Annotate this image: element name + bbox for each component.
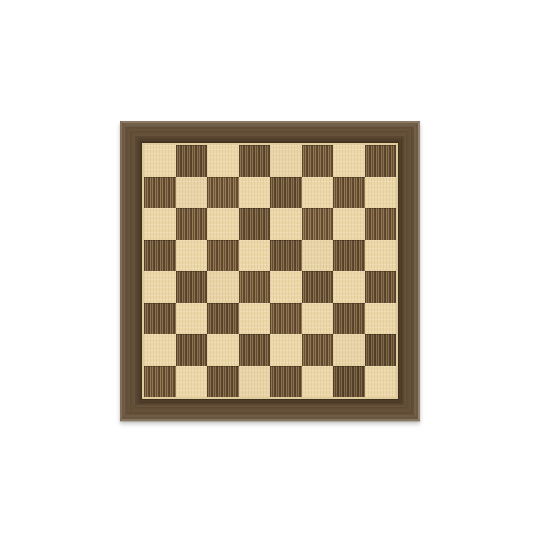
square-c2[interactable] xyxy=(207,334,239,366)
square-d3[interactable] xyxy=(239,303,271,335)
square-h4[interactable] xyxy=(365,271,397,303)
product-photo-stage xyxy=(0,0,540,540)
square-e2[interactable] xyxy=(270,334,302,366)
square-b2[interactable] xyxy=(176,334,208,366)
board-frame-right xyxy=(396,121,420,421)
square-g1[interactable] xyxy=(333,366,365,398)
square-g4[interactable] xyxy=(333,271,365,303)
square-f8[interactable] xyxy=(302,145,334,177)
square-d2[interactable] xyxy=(239,334,271,366)
square-h6[interactable] xyxy=(365,208,397,240)
square-h2[interactable] xyxy=(365,334,397,366)
square-g8[interactable] xyxy=(333,145,365,177)
square-f6[interactable] xyxy=(302,208,334,240)
square-f5[interactable] xyxy=(302,240,334,272)
square-g6[interactable] xyxy=(333,208,365,240)
square-c3[interactable] xyxy=(207,303,239,335)
square-b7[interactable] xyxy=(176,177,208,209)
square-e6[interactable] xyxy=(270,208,302,240)
square-e5[interactable] xyxy=(270,240,302,272)
chess-board xyxy=(120,121,420,421)
square-c5[interactable] xyxy=(207,240,239,272)
square-b5[interactable] xyxy=(176,240,208,272)
square-a8[interactable] xyxy=(144,145,176,177)
square-b8[interactable] xyxy=(176,145,208,177)
square-d4[interactable] xyxy=(239,271,271,303)
square-h3[interactable] xyxy=(365,303,397,335)
board-frame-bottom xyxy=(120,397,420,421)
square-e1[interactable] xyxy=(270,366,302,398)
board-frame-top xyxy=(120,121,420,145)
square-d7[interactable] xyxy=(239,177,271,209)
square-h7[interactable] xyxy=(365,177,397,209)
square-f7[interactable] xyxy=(302,177,334,209)
square-f4[interactable] xyxy=(302,271,334,303)
board-squares-grid xyxy=(144,145,396,397)
square-f1[interactable] xyxy=(302,366,334,398)
square-c6[interactable] xyxy=(207,208,239,240)
square-a2[interactable] xyxy=(144,334,176,366)
board-frame-left xyxy=(120,121,144,421)
square-b6[interactable] xyxy=(176,208,208,240)
square-a6[interactable] xyxy=(144,208,176,240)
square-d5[interactable] xyxy=(239,240,271,272)
square-e8[interactable] xyxy=(270,145,302,177)
square-h1[interactable] xyxy=(365,366,397,398)
square-c1[interactable] xyxy=(207,366,239,398)
square-b3[interactable] xyxy=(176,303,208,335)
square-h8[interactable] xyxy=(365,145,397,177)
square-b4[interactable] xyxy=(176,271,208,303)
square-c4[interactable] xyxy=(207,271,239,303)
square-e4[interactable] xyxy=(270,271,302,303)
square-a3[interactable] xyxy=(144,303,176,335)
square-f2[interactable] xyxy=(302,334,334,366)
square-a5[interactable] xyxy=(144,240,176,272)
square-g5[interactable] xyxy=(333,240,365,272)
square-d1[interactable] xyxy=(239,366,271,398)
square-a7[interactable] xyxy=(144,177,176,209)
square-c7[interactable] xyxy=(207,177,239,209)
square-d8[interactable] xyxy=(239,145,271,177)
square-e3[interactable] xyxy=(270,303,302,335)
square-h5[interactable] xyxy=(365,240,397,272)
square-f3[interactable] xyxy=(302,303,334,335)
square-c8[interactable] xyxy=(207,145,239,177)
square-g2[interactable] xyxy=(333,334,365,366)
square-b1[interactable] xyxy=(176,366,208,398)
square-e7[interactable] xyxy=(270,177,302,209)
square-g3[interactable] xyxy=(333,303,365,335)
square-a1[interactable] xyxy=(144,366,176,398)
square-d6[interactable] xyxy=(239,208,271,240)
square-a4[interactable] xyxy=(144,271,176,303)
square-g7[interactable] xyxy=(333,177,365,209)
